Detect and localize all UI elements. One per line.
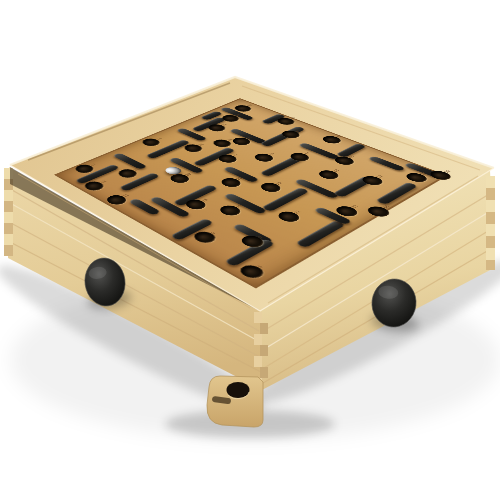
ball-return-tray (207, 376, 263, 427)
labyrinth-photo: 1724313813152628344020273042111822294446… (0, 0, 500, 500)
hole-number: 58 (444, 170, 452, 174)
tray-exit-hole (227, 382, 250, 398)
